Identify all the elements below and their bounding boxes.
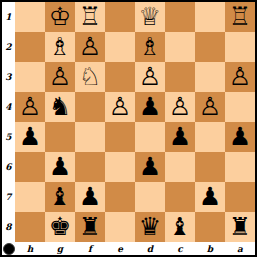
square-c3[interactable] (165, 62, 195, 92)
square-b5[interactable] (195, 122, 225, 152)
rank-label-7: 7 (2, 182, 15, 212)
file-label-e: e (105, 242, 135, 255)
piece-white-pawn-e4[interactable]: ♙ (109, 92, 131, 122)
square-g5[interactable] (45, 122, 75, 152)
square-a2[interactable] (225, 32, 255, 62)
rank-label-6: 6 (2, 152, 15, 182)
piece-white-pawn-a3[interactable]: ♙ (229, 62, 251, 92)
piece-black-pawn-f7[interactable]: ♟ (79, 182, 101, 212)
square-h8[interactable] (15, 212, 45, 242)
square-a7[interactable] (225, 182, 255, 212)
piece-black-king-g8[interactable]: ♚ (49, 212, 71, 242)
square-d4[interactable]: ♟ (135, 92, 165, 122)
square-b6[interactable] (195, 152, 225, 182)
square-b7[interactable]: ♟ (195, 182, 225, 212)
rank-label-2: 2 (2, 32, 15, 62)
chess-board: ♔♖♕♖♗♙♗♙♘♙♙♙♞♙♟♙♙♟♟♟♟♟♝♟♟♚♜♛♝♜ (15, 2, 255, 242)
file-label-g: g (45, 242, 75, 255)
piece-black-rook-a8[interactable]: ♜ (229, 212, 251, 242)
rank-labels: 12345678 (2, 2, 15, 242)
rank-label-1: 1 (2, 2, 15, 32)
square-d1[interactable]: ♕ (135, 2, 165, 32)
square-c1[interactable] (165, 2, 195, 32)
square-b4[interactable]: ♙ (195, 92, 225, 122)
piece-black-pawn-h5[interactable]: ♟ (19, 122, 41, 152)
square-c4[interactable]: ♙ (165, 92, 195, 122)
piece-white-rook-f1[interactable]: ♖ (79, 2, 101, 32)
piece-white-rook-a1[interactable]: ♖ (229, 2, 251, 32)
square-b3[interactable] (195, 62, 225, 92)
chess-diagram: 12345678 ♔♖♕♖♗♙♗♙♘♙♙♙♞♙♟♙♙♟♟♟♟♟♝♟♟♚♜♛♝♜ … (0, 0, 257, 257)
square-g2[interactable]: ♗ (45, 32, 75, 62)
file-label-f: f (75, 242, 105, 255)
file-label-c: c (165, 242, 195, 255)
rank-label-5: 5 (2, 122, 15, 152)
square-f6[interactable] (75, 152, 105, 182)
square-h2[interactable] (15, 32, 45, 62)
piece-white-knight-f3[interactable]: ♘ (79, 62, 101, 92)
piece-white-bishop-d2[interactable]: ♗ (139, 32, 161, 62)
square-a3[interactable]: ♙ (225, 62, 255, 92)
file-labels: hgfedcba (15, 242, 255, 255)
square-d6[interactable]: ♟ (135, 152, 165, 182)
square-e2[interactable] (105, 32, 135, 62)
square-g1[interactable]: ♔ (45, 2, 75, 32)
square-d2[interactable]: ♗ (135, 32, 165, 62)
square-e6[interactable] (105, 152, 135, 182)
square-a4[interactable] (225, 92, 255, 122)
square-h3[interactable] (15, 62, 45, 92)
piece-white-pawn-c4[interactable]: ♙ (169, 92, 191, 122)
square-e3[interactable] (105, 62, 135, 92)
piece-white-king-g1[interactable]: ♔ (49, 2, 71, 32)
piece-black-bishop-g7[interactable]: ♝ (49, 182, 71, 212)
square-f3[interactable]: ♘ (75, 62, 105, 92)
file-label-h: h (15, 242, 45, 255)
square-f1[interactable]: ♖ (75, 2, 105, 32)
square-d5[interactable] (135, 122, 165, 152)
square-c7[interactable] (165, 182, 195, 212)
square-a6[interactable] (225, 152, 255, 182)
square-c6[interactable] (165, 152, 195, 182)
black-to-move-indicator (3, 243, 15, 255)
square-b1[interactable] (195, 2, 225, 32)
square-b8[interactable] (195, 212, 225, 242)
diagram-inner: 12345678 ♔♖♕♖♗♙♗♙♘♙♙♙♞♙♟♙♙♟♟♟♟♟♝♟♟♚♜♛♝♜ … (2, 2, 255, 255)
square-f8[interactable]: ♜ (75, 212, 105, 242)
square-f5[interactable] (75, 122, 105, 152)
square-d7[interactable] (135, 182, 165, 212)
square-c8[interactable]: ♝ (165, 212, 195, 242)
square-h1[interactable] (15, 2, 45, 32)
file-label-b: b (195, 242, 225, 255)
piece-black-pawn-d6[interactable]: ♟ (139, 152, 161, 182)
square-e4[interactable]: ♙ (105, 92, 135, 122)
piece-black-pawn-c5[interactable]: ♟ (169, 122, 191, 152)
piece-white-bishop-g2[interactable]: ♗ (49, 32, 71, 62)
square-e8[interactable] (105, 212, 135, 242)
square-h7[interactable] (15, 182, 45, 212)
piece-white-pawn-b4[interactable]: ♙ (199, 92, 221, 122)
square-a8[interactable]: ♜ (225, 212, 255, 242)
square-c2[interactable] (165, 32, 195, 62)
square-h6[interactable] (15, 152, 45, 182)
piece-black-bishop-c8[interactable]: ♝ (169, 212, 191, 242)
square-f7[interactable]: ♟ (75, 182, 105, 212)
piece-black-queen-d8[interactable]: ♛ (139, 212, 161, 242)
square-e7[interactable] (105, 182, 135, 212)
piece-white-queen-d1[interactable]: ♕ (139, 2, 161, 32)
square-f2[interactable]: ♙ (75, 32, 105, 62)
rank-label-8: 8 (2, 212, 15, 242)
square-g3[interactable]: ♙ (45, 62, 75, 92)
square-d8[interactable]: ♛ (135, 212, 165, 242)
square-g4[interactable]: ♞ (45, 92, 75, 122)
square-h4[interactable]: ♙ (15, 92, 45, 122)
piece-black-pawn-b7[interactable]: ♟ (199, 182, 221, 212)
piece-white-pawn-d3[interactable]: ♙ (139, 62, 161, 92)
square-g8[interactable]: ♚ (45, 212, 75, 242)
square-g7[interactable]: ♝ (45, 182, 75, 212)
piece-black-rook-f8[interactable]: ♜ (79, 212, 101, 242)
square-e5[interactable] (105, 122, 135, 152)
piece-black-pawn-d4[interactable]: ♟ (139, 92, 161, 122)
piece-white-pawn-g3[interactable]: ♙ (49, 62, 71, 92)
rank-label-4: 4 (2, 92, 15, 122)
square-b2[interactable] (195, 32, 225, 62)
file-label-d: d (135, 242, 165, 255)
piece-white-pawn-f2[interactable]: ♙ (79, 32, 101, 62)
piece-black-pawn-a5[interactable]: ♟ (229, 122, 251, 152)
file-label-a: a (225, 242, 255, 255)
square-a1[interactable]: ♖ (225, 2, 255, 32)
square-e1[interactable] (105, 2, 135, 32)
turn-indicator-corner (2, 242, 15, 255)
square-a5[interactable]: ♟ (225, 122, 255, 152)
square-c5[interactable]: ♟ (165, 122, 195, 152)
piece-black-pawn-g6[interactable]: ♟ (49, 152, 71, 182)
square-d3[interactable]: ♙ (135, 62, 165, 92)
square-g6[interactable]: ♟ (45, 152, 75, 182)
rank-label-3: 3 (2, 62, 15, 92)
piece-white-pawn-h4[interactable]: ♙ (19, 92, 41, 122)
piece-black-knight-g4[interactable]: ♞ (49, 92, 71, 122)
square-h5[interactable]: ♟ (15, 122, 45, 152)
square-f4[interactable] (75, 92, 105, 122)
